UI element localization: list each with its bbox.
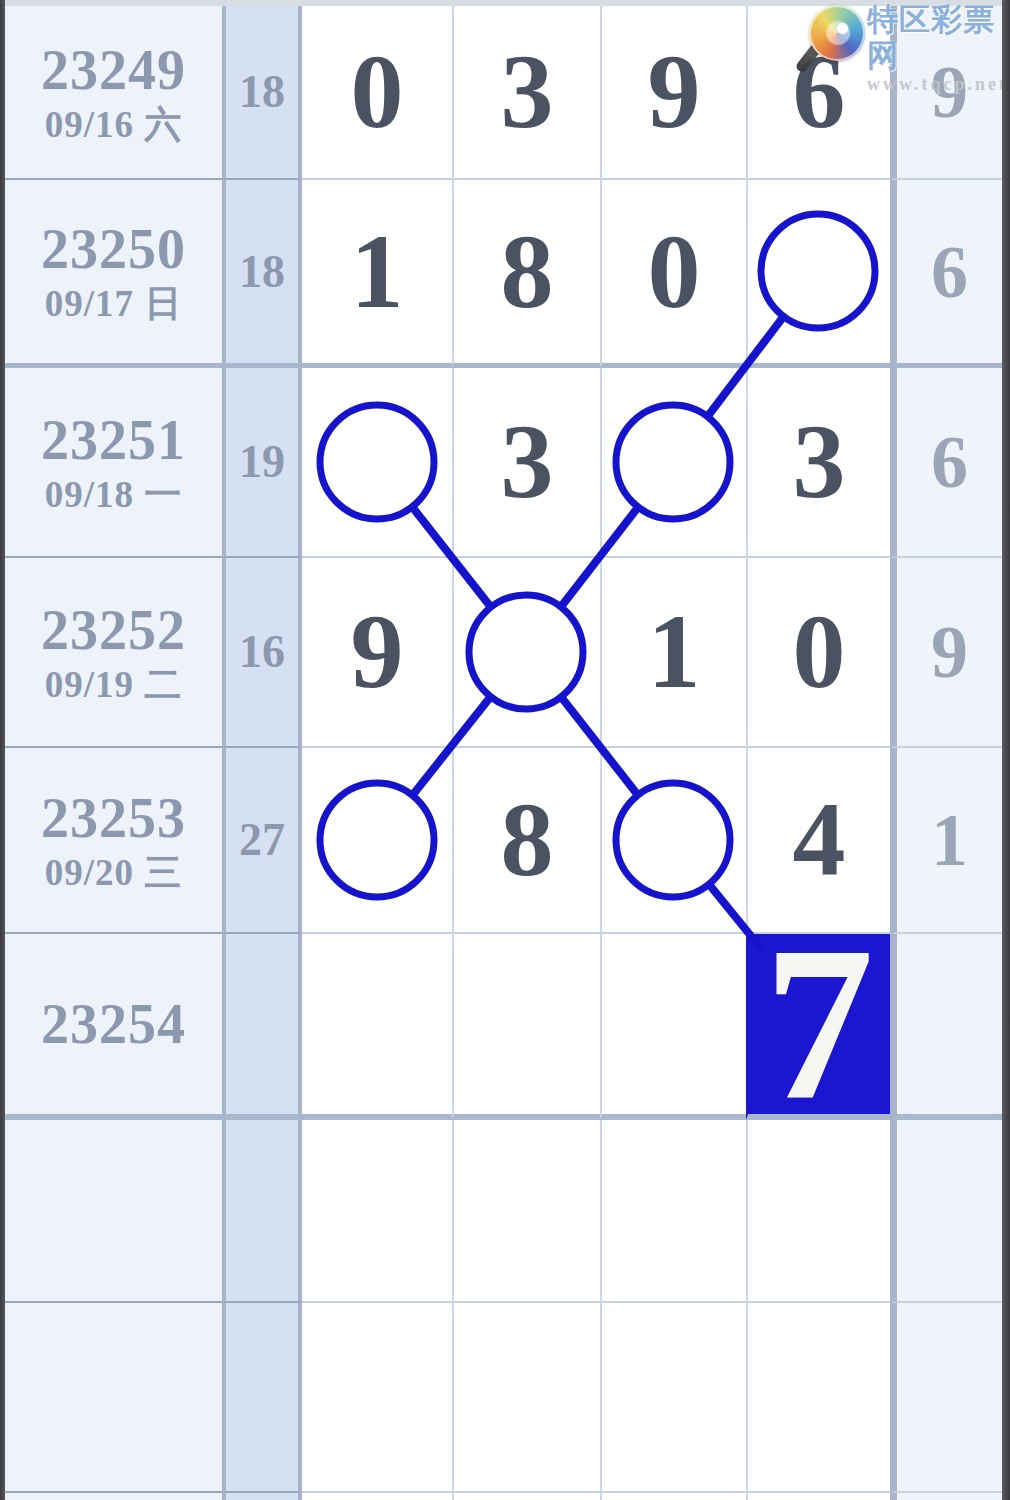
digit: 0 bbox=[648, 219, 701, 325]
sum-value: 19 bbox=[239, 439, 285, 485]
digit-cell: 8 bbox=[452, 748, 600, 934]
digit: 9 bbox=[351, 787, 404, 893]
digit-cell: 9 bbox=[600, 6, 746, 180]
digit-cell: 9 bbox=[746, 180, 890, 368]
sum-cell: 16 bbox=[222, 558, 302, 748]
sum-value: 18 bbox=[239, 249, 285, 295]
right-digit-cell: 6 bbox=[890, 180, 1002, 368]
digit: 3 bbox=[501, 39, 554, 145]
digit: 7 bbox=[764, 914, 874, 1134]
digit-cell: 8 bbox=[452, 180, 600, 368]
logo-swirl-icon bbox=[803, 2, 865, 72]
issue-date: 09/17 日 bbox=[45, 285, 183, 322]
digit-cell bbox=[452, 1493, 600, 1500]
right-digit-cell bbox=[890, 1120, 1002, 1303]
digit-cell: 0 bbox=[746, 558, 890, 748]
digit: 1 bbox=[648, 599, 701, 705]
table-row bbox=[5, 1120, 1002, 1303]
issue-cell bbox=[5, 1303, 222, 1493]
issue-cell: 2325009/17 日 bbox=[5, 180, 222, 368]
sum-value: 18 bbox=[239, 69, 285, 115]
right-digit: 9 bbox=[931, 615, 968, 689]
digit-cell: 3 bbox=[452, 6, 600, 180]
issue-number: 23251 bbox=[41, 412, 186, 468]
digit-cell: 3 bbox=[452, 368, 600, 558]
digit-cell: 0 bbox=[302, 6, 452, 180]
right-digit-cell: 9 bbox=[890, 558, 1002, 748]
digit-cell bbox=[600, 1120, 746, 1303]
digit: 8 bbox=[501, 219, 554, 325]
issue-cell: 2324909/16 六 bbox=[5, 6, 222, 180]
table-row bbox=[5, 1303, 1002, 1493]
digit-cell bbox=[452, 934, 600, 1120]
sum-cell bbox=[222, 1493, 302, 1500]
digit-cell: 7 bbox=[302, 368, 452, 558]
table-row: 2325009/17 日1818096 bbox=[5, 180, 1002, 368]
issue-number: 23249 bbox=[41, 42, 186, 98]
digit: 4 bbox=[793, 787, 846, 893]
issue-cell bbox=[5, 1493, 222, 1500]
digit-cell bbox=[746, 1120, 890, 1303]
digit: 8 bbox=[501, 787, 554, 893]
right-digit-cell bbox=[890, 1493, 1002, 1500]
issue-number: 23254 bbox=[41, 996, 186, 1052]
issue-date: 09/20 三 bbox=[45, 854, 183, 891]
digit-cell bbox=[452, 1303, 600, 1493]
digit-cell: 9 bbox=[302, 748, 452, 934]
table-row: 232547 bbox=[5, 934, 1002, 1120]
site-logo: 特区彩票网 www.tqcp.net bbox=[803, 2, 1010, 93]
sum-cell bbox=[222, 934, 302, 1120]
digit-cell: 1 bbox=[600, 558, 746, 748]
digit-cell: 6 bbox=[452, 558, 600, 748]
digit-cell bbox=[600, 1303, 746, 1493]
issue-cell: 2325109/18 一 bbox=[5, 368, 222, 558]
digit: 6 bbox=[501, 599, 554, 705]
digit: 0 bbox=[351, 39, 404, 145]
issue-cell: 2325309/20 三 bbox=[5, 748, 222, 934]
digit: 7 bbox=[351, 409, 404, 515]
issue-number: 23250 bbox=[41, 221, 186, 277]
issue-date: 09/16 六 bbox=[45, 106, 183, 143]
digit: 6 bbox=[648, 787, 701, 893]
table-row bbox=[5, 1493, 1002, 1500]
issue-date: 09/18 一 bbox=[45, 476, 183, 513]
issue-cell: 23254 bbox=[5, 934, 222, 1120]
digit-cell: 6 bbox=[600, 368, 746, 558]
right-digit: 6 bbox=[931, 235, 968, 309]
digit-cell bbox=[746, 1303, 890, 1493]
right-digit: 1 bbox=[931, 803, 968, 877]
digit: 9 bbox=[648, 39, 701, 145]
sum-cell: 19 bbox=[222, 368, 302, 558]
digit: 3 bbox=[793, 409, 846, 515]
digit: 3 bbox=[501, 409, 554, 515]
right-digit-cell: 1 bbox=[890, 748, 1002, 934]
logo-title: 特区彩票网 bbox=[867, 2, 1010, 73]
digit: 1 bbox=[351, 219, 404, 325]
right-digit-cell bbox=[890, 1303, 1002, 1493]
sum-cell: 18 bbox=[222, 180, 302, 368]
issue-cell bbox=[5, 1120, 222, 1303]
digit-cell: 9 bbox=[302, 558, 452, 748]
sum-value: 16 bbox=[239, 629, 285, 675]
digit: 9 bbox=[793, 219, 846, 325]
trend-table: 2324909/16 六18039692325009/17 日181809623… bbox=[5, 6, 1002, 1500]
digit-cell: 1 bbox=[302, 180, 452, 368]
right-digit-cell: 6 bbox=[890, 368, 1002, 558]
screen-edge-left bbox=[0, 0, 5, 1500]
predicted-digit-cell: 7 bbox=[746, 934, 890, 1120]
issue-number: 23252 bbox=[41, 602, 186, 658]
digit-cell bbox=[452, 1120, 600, 1303]
digit-cell bbox=[302, 1120, 452, 1303]
sum-cell bbox=[222, 1303, 302, 1493]
sum-value: 27 bbox=[239, 817, 285, 863]
right-digit: 6 bbox=[931, 425, 968, 499]
issue-date: 09/19 二 bbox=[45, 666, 183, 703]
sum-cell: 18 bbox=[222, 6, 302, 180]
digit-cell bbox=[746, 1493, 890, 1500]
digit-cell bbox=[302, 934, 452, 1120]
digit-cell: 6 bbox=[600, 748, 746, 934]
table-row: 2325209/19 二1696109 bbox=[5, 558, 1002, 748]
right-digit-cell bbox=[890, 934, 1002, 1120]
digit-cell: 3 bbox=[746, 368, 890, 558]
logo-url: www.tqcp.net bbox=[867, 75, 1010, 93]
issue-cell: 2325209/19 二 bbox=[5, 558, 222, 748]
issue-number: 23253 bbox=[41, 790, 186, 846]
digit-cell: 0 bbox=[600, 180, 746, 368]
table-row: 2325109/18 一1973636 bbox=[5, 368, 1002, 558]
digit: 0 bbox=[793, 599, 846, 705]
digit-cell bbox=[600, 1493, 746, 1500]
sum-cell: 27 bbox=[222, 748, 302, 934]
digit: 6 bbox=[648, 409, 701, 515]
screen-edge-right bbox=[1002, 0, 1010, 1500]
sum-cell bbox=[222, 1120, 302, 1303]
digit-cell bbox=[600, 934, 746, 1120]
lottery-trend-screenshot: 2324909/16 六18039692325009/17 日181809623… bbox=[0, 0, 1010, 1500]
digit: 9 bbox=[351, 599, 404, 705]
digit-cell bbox=[302, 1303, 452, 1493]
digit-cell bbox=[302, 1493, 452, 1500]
